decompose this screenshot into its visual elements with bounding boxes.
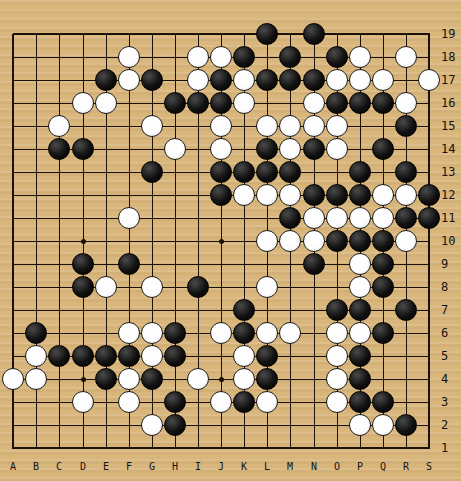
stone-black-H3[interactable]	[164, 391, 186, 413]
stone-black-N14[interactable]	[303, 138, 325, 160]
stone-white-L10[interactable]	[256, 230, 278, 252]
stone-white-N10[interactable]	[303, 230, 325, 252]
stone-white-F18[interactable]	[118, 46, 140, 68]
stone-black-C5[interactable]	[48, 345, 70, 367]
stone-black-O16[interactable]	[326, 92, 348, 114]
stone-white-M6[interactable]	[279, 322, 301, 344]
stone-black-E17[interactable]	[95, 69, 117, 91]
stone-white-R12[interactable]	[395, 184, 417, 206]
stone-white-B4[interactable]	[25, 368, 47, 390]
column-label-K: K	[234, 461, 254, 472]
stone-black-S12[interactable]	[418, 184, 440, 206]
star-point-J4	[219, 377, 224, 382]
stone-black-D5[interactable]	[72, 345, 94, 367]
stone-black-E4[interactable]	[95, 368, 117, 390]
stone-white-Q11[interactable]	[372, 207, 394, 229]
stone-black-D9[interactable]	[72, 253, 94, 275]
stone-black-N9[interactable]	[303, 253, 325, 275]
stone-white-P9[interactable]	[349, 253, 371, 275]
stone-black-G13[interactable]	[141, 161, 163, 183]
stone-white-Q12[interactable]	[372, 184, 394, 206]
stone-black-P10[interactable]	[349, 230, 371, 252]
stone-white-L15[interactable]	[256, 115, 278, 137]
column-label-H: H	[165, 461, 185, 472]
stone-white-J3[interactable]	[210, 391, 232, 413]
row-label-2: 2	[441, 418, 461, 432]
stone-black-I16[interactable]	[187, 92, 209, 114]
stone-white-F3[interactable]	[118, 391, 140, 413]
stone-white-J6[interactable]	[210, 322, 232, 344]
stone-white-D16[interactable]	[72, 92, 94, 114]
star-point-D4	[81, 377, 86, 382]
stone-black-Q9[interactable]	[372, 253, 394, 275]
stone-black-K6[interactable]	[233, 322, 255, 344]
stone-white-I4[interactable]	[187, 368, 209, 390]
stone-black-H16[interactable]	[164, 92, 186, 114]
stone-black-H5[interactable]	[164, 345, 186, 367]
stone-white-P18[interactable]	[349, 46, 371, 68]
column-label-P: P	[350, 461, 370, 472]
stone-black-J12[interactable]	[210, 184, 232, 206]
stone-white-A4[interactable]	[2, 368, 24, 390]
stone-black-R2[interactable]	[395, 414, 417, 436]
stone-black-M13[interactable]	[279, 161, 301, 183]
stone-black-P5[interactable]	[349, 345, 371, 367]
stone-white-I17[interactable]	[187, 69, 209, 91]
row-label-15: 15	[441, 119, 461, 133]
stone-white-G15[interactable]	[141, 115, 163, 137]
stone-black-F5[interactable]	[118, 345, 140, 367]
stone-black-S11[interactable]	[418, 207, 440, 229]
stone-white-P2[interactable]	[349, 414, 371, 436]
row-label-9: 9	[441, 257, 461, 271]
stone-black-L14[interactable]	[256, 138, 278, 160]
stone-white-O4[interactable]	[326, 368, 348, 390]
stone-white-P17[interactable]	[349, 69, 371, 91]
column-label-S: S	[419, 461, 439, 472]
stone-black-L19[interactable]	[256, 23, 278, 45]
stone-white-G5[interactable]	[141, 345, 163, 367]
stone-black-R11[interactable]	[395, 207, 417, 229]
stone-black-N19[interactable]	[303, 23, 325, 45]
stone-white-O11[interactable]	[326, 207, 348, 229]
stone-white-K16[interactable]	[233, 92, 255, 114]
stone-white-M12[interactable]	[279, 184, 301, 206]
stone-black-R13[interactable]	[395, 161, 417, 183]
row-label-6: 6	[441, 326, 461, 340]
column-label-L: L	[257, 461, 277, 472]
column-label-O: O	[327, 461, 347, 472]
stone-black-H6[interactable]	[164, 322, 186, 344]
stone-white-F4[interactable]	[118, 368, 140, 390]
column-label-A: A	[3, 461, 23, 472]
row-label-19: 19	[441, 27, 461, 41]
stone-white-M14[interactable]	[279, 138, 301, 160]
row-label-17: 17	[441, 73, 461, 87]
column-label-C: C	[49, 461, 69, 472]
stone-white-B5[interactable]	[25, 345, 47, 367]
stone-black-F9[interactable]	[118, 253, 140, 275]
stone-white-O15[interactable]	[326, 115, 348, 137]
stone-white-O5[interactable]	[326, 345, 348, 367]
stone-black-G4[interactable]	[141, 368, 163, 390]
stone-black-K7[interactable]	[233, 299, 255, 321]
stone-white-J15[interactable]	[210, 115, 232, 137]
stone-black-P7[interactable]	[349, 299, 371, 321]
stone-white-R18[interactable]	[395, 46, 417, 68]
stone-black-E5[interactable]	[95, 345, 117, 367]
row-label-1: 1	[441, 441, 461, 455]
stone-black-Q16[interactable]	[372, 92, 394, 114]
row-label-5: 5	[441, 349, 461, 363]
stone-black-D8[interactable]	[72, 276, 94, 298]
stone-black-M17[interactable]	[279, 69, 301, 91]
stone-black-P3[interactable]	[349, 391, 371, 413]
stone-white-L6[interactable]	[256, 322, 278, 344]
stone-white-N11[interactable]	[303, 207, 325, 229]
stone-white-J18[interactable]	[210, 46, 232, 68]
column-label-G: G	[142, 461, 162, 472]
stone-black-P4[interactable]	[349, 368, 371, 390]
row-label-16: 16	[441, 96, 461, 110]
row-label-14: 14	[441, 142, 461, 156]
stone-black-L13[interactable]	[256, 161, 278, 183]
stone-black-O7[interactable]	[326, 299, 348, 321]
stone-white-H14[interactable]	[164, 138, 186, 160]
column-label-J: J	[211, 461, 231, 472]
stone-white-K5[interactable]	[233, 345, 255, 367]
stone-black-P12[interactable]	[349, 184, 371, 206]
stone-white-O3[interactable]	[326, 391, 348, 413]
row-label-18: 18	[441, 50, 461, 64]
stone-white-F6[interactable]	[118, 322, 140, 344]
stone-black-N12[interactable]	[303, 184, 325, 206]
stone-white-D3[interactable]	[72, 391, 94, 413]
stone-white-P11[interactable]	[349, 207, 371, 229]
stone-black-O10[interactable]	[326, 230, 348, 252]
stone-black-K18[interactable]	[233, 46, 255, 68]
stone-black-M11[interactable]	[279, 207, 301, 229]
stone-black-K3[interactable]	[233, 391, 255, 413]
stone-white-L3[interactable]	[256, 391, 278, 413]
stone-black-C14[interactable]	[48, 138, 70, 160]
stone-white-F17[interactable]	[118, 69, 140, 91]
stone-black-O12[interactable]	[326, 184, 348, 206]
stone-white-N15[interactable]	[303, 115, 325, 137]
row-label-8: 8	[441, 280, 461, 294]
stone-white-O6[interactable]	[326, 322, 348, 344]
row-label-13: 13	[441, 165, 461, 179]
stone-black-D14[interactable]	[72, 138, 94, 160]
stone-white-N16[interactable]	[303, 92, 325, 114]
stone-black-J16[interactable]	[210, 92, 232, 114]
column-label-B: B	[26, 461, 46, 472]
stone-black-R15[interactable]	[395, 115, 417, 137]
column-label-I: I	[188, 461, 208, 472]
stone-black-Q6[interactable]	[372, 322, 394, 344]
stone-black-H2[interactable]	[164, 414, 186, 436]
stone-black-Q10[interactable]	[372, 230, 394, 252]
stone-white-R10[interactable]	[395, 230, 417, 252]
stone-white-G2[interactable]	[141, 414, 163, 436]
column-label-D: D	[73, 461, 93, 472]
row-label-3: 3	[441, 395, 461, 409]
column-label-N: N	[304, 461, 324, 472]
stone-white-L12[interactable]	[256, 184, 278, 206]
star-point-D10	[81, 239, 86, 244]
stone-white-I18[interactable]	[187, 46, 209, 68]
row-label-4: 4	[441, 372, 461, 386]
stone-white-L8[interactable]	[256, 276, 278, 298]
stone-black-J13[interactable]	[210, 161, 232, 183]
row-label-12: 12	[441, 188, 461, 202]
stone-black-J17[interactable]	[210, 69, 232, 91]
stone-black-P13[interactable]	[349, 161, 371, 183]
stone-white-G8[interactable]	[141, 276, 163, 298]
column-label-R: R	[396, 461, 416, 472]
stone-white-J14[interactable]	[210, 138, 232, 160]
stone-black-I8[interactable]	[187, 276, 209, 298]
stone-white-F11[interactable]	[118, 207, 140, 229]
go-board[interactable]: ABCDEFGHIJKLMNOPQRS191817161514131211109…	[0, 0, 461, 481]
row-label-7: 7	[441, 303, 461, 317]
star-point-J10	[219, 239, 224, 244]
grid-line-horizontal-1	[13, 447, 430, 449]
stone-black-R7[interactable]	[395, 299, 417, 321]
stone-black-Q3[interactable]	[372, 391, 394, 413]
stone-white-K4[interactable]	[233, 368, 255, 390]
stone-black-P16[interactable]	[349, 92, 371, 114]
stone-white-Q17[interactable]	[372, 69, 394, 91]
stone-white-E8[interactable]	[95, 276, 117, 298]
stone-black-G17[interactable]	[141, 69, 163, 91]
stone-white-E16[interactable]	[95, 92, 117, 114]
stone-white-Q2[interactable]	[372, 414, 394, 436]
stone-white-R16[interactable]	[395, 92, 417, 114]
stone-white-K17[interactable]	[233, 69, 255, 91]
stone-white-K12[interactable]	[233, 184, 255, 206]
stone-white-P8[interactable]	[349, 276, 371, 298]
column-label-M: M	[280, 461, 300, 472]
stone-white-G6[interactable]	[141, 322, 163, 344]
column-label-E: E	[96, 461, 116, 472]
stone-black-L5[interactable]	[256, 345, 278, 367]
stone-white-M10[interactable]	[279, 230, 301, 252]
column-label-F: F	[119, 461, 139, 472]
stone-white-S17[interactable]	[418, 69, 440, 91]
stone-black-K13[interactable]	[233, 161, 255, 183]
stone-black-N17[interactable]	[303, 69, 325, 91]
stone-black-L17[interactable]	[256, 69, 278, 91]
stone-black-L4[interactable]	[256, 368, 278, 390]
stone-white-P6[interactable]	[349, 322, 371, 344]
stone-black-Q14[interactable]	[372, 138, 394, 160]
grid-line-horizontal-19	[13, 33, 430, 35]
stone-white-M15[interactable]	[279, 115, 301, 137]
stone-black-M18[interactable]	[279, 46, 301, 68]
stone-white-C15[interactable]	[48, 115, 70, 137]
stone-black-B6[interactable]	[25, 322, 47, 344]
row-label-10: 10	[441, 234, 461, 248]
stone-white-O14[interactable]	[326, 138, 348, 160]
stone-black-O18[interactable]	[326, 46, 348, 68]
stone-white-O17[interactable]	[326, 69, 348, 91]
row-label-11: 11	[441, 211, 461, 225]
stone-black-Q8[interactable]	[372, 276, 394, 298]
column-label-Q: Q	[373, 461, 393, 472]
